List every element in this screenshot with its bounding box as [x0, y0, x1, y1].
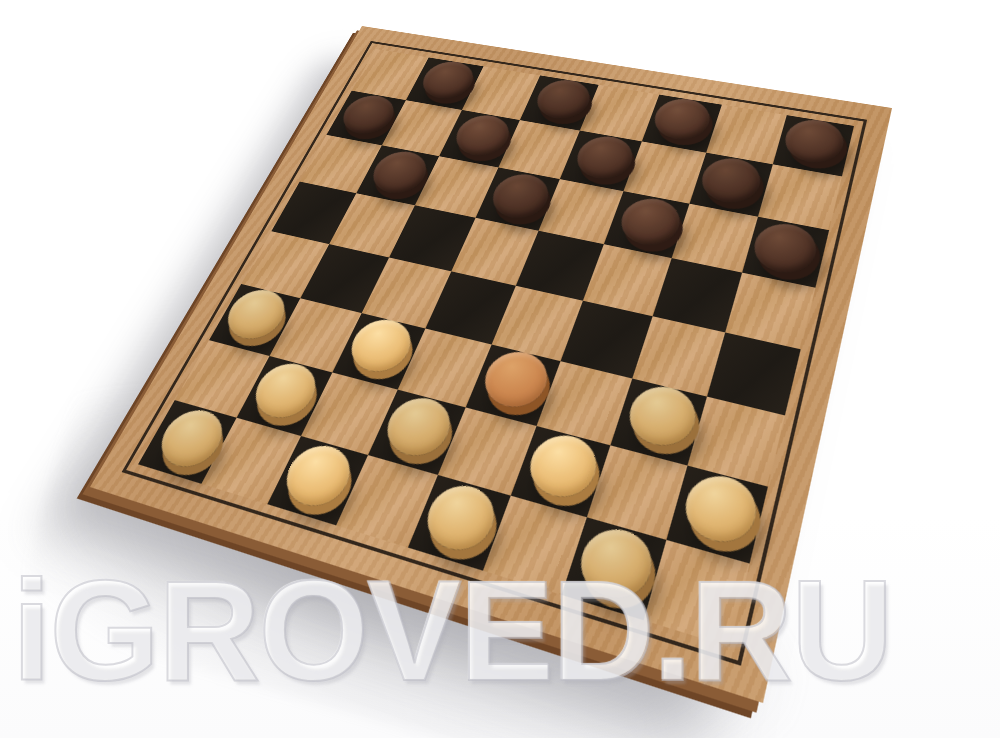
piece-light[interactable] [276, 438, 360, 512]
piece-dark[interactable] [365, 147, 434, 197]
piece-light[interactable] [678, 468, 763, 549]
piece-dark[interactable] [530, 76, 596, 122]
piece-dark[interactable] [696, 154, 765, 207]
piece-dark[interactable] [570, 132, 638, 182]
photo-stage: iGROVED.RU [0, 0, 1000, 738]
piece-light[interactable] [572, 521, 659, 607]
piece-light[interactable] [342, 314, 419, 377]
piece-dark[interactable] [415, 58, 480, 102]
piece-dark[interactable] [614, 194, 685, 250]
piece-dark[interactable] [648, 95, 715, 143]
piece-light[interactable] [150, 403, 232, 473]
piece-dark[interactable] [748, 219, 821, 278]
piece-dark[interactable] [335, 92, 401, 137]
piece-light[interactable] [218, 284, 294, 344]
piece-dark[interactable] [448, 111, 515, 159]
piece-light[interactable] [417, 478, 503, 558]
piece-light-orange[interactable] [476, 345, 555, 413]
piece-light[interactable] [521, 428, 604, 504]
piece-light[interactable] [377, 391, 458, 462]
piece-light[interactable] [622, 380, 702, 452]
piece-light[interactable] [245, 357, 325, 423]
piece-dark[interactable] [485, 170, 555, 223]
piece-dark[interactable] [780, 116, 848, 167]
